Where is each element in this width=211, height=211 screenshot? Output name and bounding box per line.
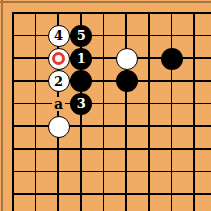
point-C16: 2: [47, 70, 70, 93]
point-C17: [47, 47, 70, 70]
point-D18: 5: [70, 25, 93, 48]
point-F16: [115, 70, 138, 93]
white-stone: [116, 48, 138, 70]
point-label-a: a: [52, 97, 65, 111]
white-stone-marked: [48, 48, 70, 70]
black-stone: [70, 70, 92, 92]
black-stone: [116, 70, 138, 92]
white-stone-move-2: 2: [48, 70, 70, 92]
black-stone-move-1: 1: [70, 48, 92, 70]
white-stone: [48, 116, 70, 138]
black-stone-move-5: 5: [70, 25, 92, 47]
black-stone: [161, 48, 183, 70]
point-C15: a: [47, 93, 70, 116]
point-F17: [115, 47, 138, 70]
point-D15: 3: [70, 93, 93, 116]
point-H17: [161, 47, 184, 70]
circle-marker-icon: [52, 52, 65, 65]
point-C14: [47, 115, 70, 138]
white-stone-move-4: 4: [48, 25, 70, 47]
point-C18: 4: [47, 25, 70, 48]
stone-grid: 45123a: [2, 2, 206, 206]
go-board: 45123a: [0, 0, 211, 211]
point-D16: [70, 70, 93, 93]
black-stone-move-3: 3: [70, 93, 92, 115]
point-D17: 1: [70, 47, 93, 70]
